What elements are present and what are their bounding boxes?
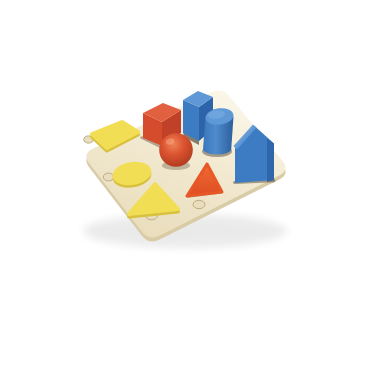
toy-photo-scene [0, 0, 370, 370]
